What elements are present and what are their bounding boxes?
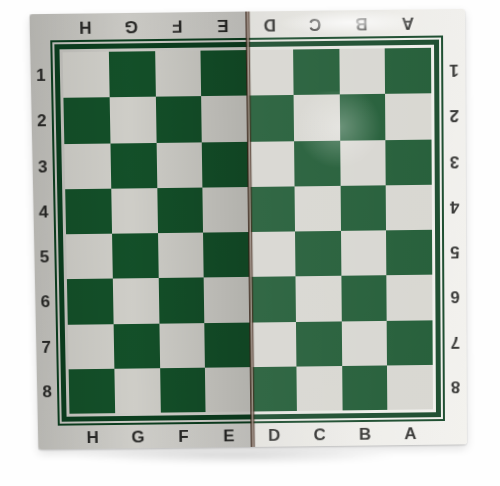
file-label-top-c: C [309, 15, 322, 32]
square-c2[interactable] [293, 95, 339, 141]
square-b7[interactable] [341, 320, 387, 365]
file-label-bottom-c: C [313, 426, 325, 443]
square-e6[interactable] [204, 277, 250, 323]
square-c6[interactable] [295, 276, 341, 322]
square-g1[interactable] [109, 51, 156, 97]
square-f6[interactable] [158, 278, 204, 324]
square-g2[interactable] [109, 97, 156, 143]
square-g3[interactable] [110, 142, 157, 188]
square-b5[interactable] [341, 230, 387, 276]
square-d8[interactable] [251, 366, 297, 411]
rank-label-right-3: 3 [450, 153, 460, 170]
square-e5[interactable] [203, 232, 249, 278]
square-g6[interactable] [113, 278, 159, 324]
square-e1[interactable] [201, 50, 248, 96]
square-f5[interactable] [158, 233, 204, 279]
rank-label-right-6: 6 [451, 289, 461, 306]
file-labels-bottom: HGFEDCBA [70, 421, 433, 449]
file-label-top-b: B [355, 15, 368, 32]
square-a2[interactable] [385, 94, 431, 140]
square-h7[interactable] [68, 324, 114, 369]
square-b3[interactable] [340, 140, 386, 186]
square-d4[interactable] [248, 186, 294, 232]
board-frame [50, 35, 445, 425]
square-d7[interactable] [250, 322, 296, 367]
square-a7[interactable] [387, 320, 433, 365]
square-e3[interactable] [202, 141, 248, 187]
photo-background: HGFEDCBA HGFEDCBA 12345678 12345678 [0, 0, 500, 486]
file-label-bottom-a: A [404, 425, 416, 442]
square-h6[interactable] [67, 279, 113, 325]
chess-board: HGFEDCBA HGFEDCBA 12345678 12345678 [30, 9, 467, 450]
square-f2[interactable] [155, 96, 202, 142]
square-g7[interactable] [113, 323, 159, 368]
square-h5[interactable] [66, 234, 113, 280]
square-h3[interactable] [64, 143, 111, 189]
square-h8[interactable] [69, 369, 115, 414]
square-f7[interactable] [159, 323, 205, 368]
square-c1[interactable] [293, 49, 339, 95]
file-label-bottom-g: G [131, 428, 144, 445]
rank-label-right-8: 8 [451, 378, 460, 395]
rank-label-left-5: 5 [40, 249, 50, 266]
rank-label-right-5: 5 [450, 244, 460, 261]
square-h2[interactable] [63, 97, 110, 143]
rank-label-left-2: 2 [37, 112, 47, 129]
rank-label-right-4: 4 [450, 198, 460, 215]
square-c3[interactable] [294, 140, 340, 186]
square-g5[interactable] [112, 233, 158, 279]
file-label-top-f: F [172, 17, 183, 34]
square-c7[interactable] [296, 321, 342, 366]
square-h4[interactable] [65, 188, 112, 234]
rank-label-right-7: 7 [451, 334, 461, 351]
board-frame-inner [54, 40, 441, 422]
square-g8[interactable] [114, 368, 160, 413]
file-label-top-a: A [402, 14, 414, 31]
square-a5[interactable] [386, 230, 432, 276]
square-a3[interactable] [386, 139, 432, 185]
square-c4[interactable] [294, 186, 340, 232]
rank-label-left-8: 8 [42, 383, 52, 400]
square-f1[interactable] [155, 51, 202, 97]
file-label-bottom-d: D [268, 426, 280, 443]
square-g4[interactable] [111, 188, 158, 234]
square-e8[interactable] [205, 367, 251, 412]
rank-label-right-2: 2 [450, 107, 460, 124]
square-a4[interactable] [386, 185, 432, 231]
square-f4[interactable] [157, 187, 203, 233]
file-label-bottom-h: H [86, 429, 98, 446]
square-d3[interactable] [248, 141, 294, 187]
square-e7[interactable] [205, 322, 251, 367]
rank-label-left-7: 7 [41, 338, 51, 355]
file-label-bottom-e: E [223, 427, 234, 444]
square-a8[interactable] [387, 365, 433, 410]
square-e2[interactable] [201, 96, 248, 142]
square-b1[interactable] [339, 48, 385, 94]
square-d5[interactable] [249, 231, 295, 277]
square-d1[interactable] [247, 49, 294, 95]
square-f3[interactable] [156, 142, 203, 188]
file-label-bottom-f: F [178, 428, 189, 445]
square-b8[interactable] [342, 365, 388, 410]
square-a6[interactable] [387, 275, 433, 321]
square-d2[interactable] [247, 95, 293, 141]
square-h1[interactable] [63, 52, 110, 98]
file-labels-top: HGFEDCBA [62, 9, 431, 40]
file-label-top-d: D [263, 16, 276, 33]
square-a1[interactable] [385, 48, 431, 94]
square-b2[interactable] [339, 94, 385, 140]
square-b4[interactable] [340, 185, 386, 231]
rank-label-left-6: 6 [41, 294, 51, 311]
rank-labels-right: 12345678 [443, 47, 467, 409]
square-d6[interactable] [250, 277, 296, 323]
file-label-top-e: E [218, 16, 230, 33]
square-e4[interactable] [203, 187, 249, 233]
board-cast-shadow [70, 447, 400, 465]
rank-label-left-3: 3 [38, 158, 48, 175]
rank-label-left-4: 4 [39, 203, 49, 220]
rank-label-right-1: 1 [449, 62, 459, 79]
square-c5[interactable] [295, 231, 341, 277]
square-b6[interactable] [341, 275, 387, 321]
square-c8[interactable] [296, 366, 342, 411]
file-label-top-g: G [124, 17, 138, 34]
squares-grid [63, 48, 433, 414]
file-label-bottom-b: B [359, 425, 371, 442]
rank-label-left-1: 1 [36, 67, 46, 84]
file-label-top-h: H [79, 18, 92, 35]
square-f8[interactable] [160, 367, 206, 412]
